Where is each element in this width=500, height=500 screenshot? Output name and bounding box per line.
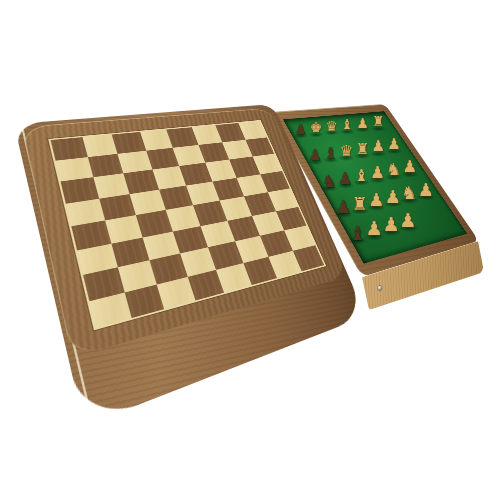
drawer-knob-icon [378,285,382,290]
product-photo-chess-box: ♟♚♛♝♟♜♟♝♛♜♟♟♞♟♝♟♞♟♟♜♟♟♞♟♝♟♟♟ [0,0,500,500]
